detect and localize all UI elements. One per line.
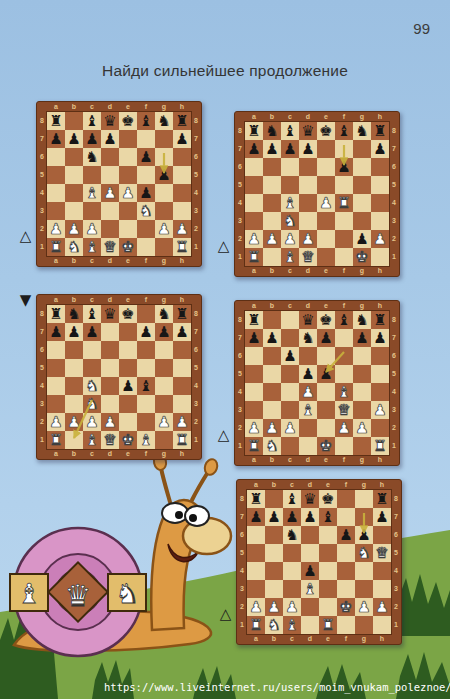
square-b8: ♞	[65, 305, 83, 323]
square-f6: ♟	[335, 158, 353, 176]
square-g5: ♟	[155, 166, 173, 184]
black-pawn: ♟	[155, 166, 173, 184]
rank-label-2: 2	[191, 220, 201, 238]
square-h2	[371, 419, 389, 437]
rank-label-1: 1	[389, 248, 399, 266]
square-f3	[335, 212, 353, 230]
file-label-g: g	[355, 634, 373, 644]
square-b6	[65, 341, 83, 359]
rank-label-1: 1	[235, 437, 245, 455]
rank-label-2: 2	[191, 413, 201, 431]
square-g8: ♞	[155, 305, 173, 323]
square-g1	[155, 431, 173, 449]
square-f8: ♝	[335, 311, 353, 329]
square-g2: ♟	[353, 230, 371, 248]
square-b3	[65, 202, 83, 220]
white-pawn: ♟	[299, 383, 317, 401]
white-to-move-indicator: △	[215, 237, 232, 255]
square-a8: ♜	[47, 305, 65, 323]
rank-label-5: 5	[235, 365, 245, 383]
square-e3	[317, 401, 335, 419]
square-d1: ♛	[299, 248, 317, 266]
white-bishop: ♝	[301, 580, 319, 598]
board-frame: abcdefgh87654321♜♝♛♚♜♟♟♟♟♝♟♞♟♟♞♛♟♝♟♟♟♚♟♟…	[236, 479, 402, 645]
square-b1	[65, 431, 83, 449]
square-e7	[317, 140, 335, 158]
white-bishop: ♝	[283, 616, 301, 634]
square-c5	[281, 176, 299, 194]
file-label-g: g	[353, 112, 371, 122]
file-label-c: c	[281, 266, 299, 276]
square-d7: ♞	[299, 329, 317, 347]
square-a5	[47, 166, 65, 184]
white-knight: ♞	[83, 395, 101, 413]
square-b6	[263, 347, 281, 365]
rank-label-3: 3	[235, 212, 245, 230]
black-pawn: ♟	[155, 323, 173, 341]
file-label-e: e	[319, 634, 337, 644]
square-c7: ♟	[83, 323, 101, 341]
white-pawn: ♟	[47, 413, 65, 431]
board-grid: ♜♞♝♛♚♝♞♜♟♟♟♟♟♟♝♟♜♞♟♟♟♟♟♟♜♝♛♚	[245, 122, 389, 266]
black-pawn: ♟	[83, 130, 101, 148]
rank-label-8: 8	[235, 311, 245, 329]
square-c8: ♝	[283, 490, 301, 508]
file-label-a: a	[247, 480, 265, 490]
square-b7: ♟	[65, 323, 83, 341]
white-knight: ♞	[83, 377, 101, 395]
rank-label-6: 6	[37, 341, 47, 359]
file-label-g: g	[155, 256, 173, 266]
square-e4: ♟	[317, 194, 335, 212]
square-d5: ♟	[299, 365, 317, 383]
white-to-move-indicator: △	[215, 426, 232, 444]
black-pawn: ♟	[247, 508, 265, 526]
square-h8: ♜	[371, 311, 389, 329]
white-pawn: ♟	[65, 413, 83, 431]
square-b2: ♟	[65, 220, 83, 238]
square-f8: ♝	[137, 112, 155, 130]
black-king: ♚	[317, 122, 335, 140]
square-d8: ♛	[301, 490, 319, 508]
white-queen: ♛	[335, 401, 353, 419]
square-e6	[317, 347, 335, 365]
square-a4	[47, 184, 65, 202]
rank-label-8: 8	[391, 490, 401, 508]
square-h5	[173, 166, 191, 184]
file-label-h: h	[373, 480, 391, 490]
page-number: 99	[413, 20, 430, 37]
file-label-e: e	[119, 102, 137, 112]
square-c4	[281, 383, 299, 401]
square-c8	[281, 311, 299, 329]
white-pawn: ♟	[173, 220, 191, 238]
black-pawn: ♟	[335, 158, 353, 176]
square-c6: ♟	[281, 347, 299, 365]
square-b3	[263, 212, 281, 230]
square-g6	[155, 341, 173, 359]
square-a7: ♟	[47, 130, 65, 148]
white-bishop: ♝	[299, 401, 317, 419]
square-f2	[137, 413, 155, 431]
square-d4: ♟	[299, 383, 317, 401]
file-label-d: d	[299, 112, 317, 122]
file-label-f: f	[137, 295, 155, 305]
square-f1	[337, 616, 355, 634]
rank-label-6: 6	[191, 148, 201, 166]
black-pawn: ♟	[263, 140, 281, 158]
white-pawn: ♟	[263, 419, 281, 437]
square-c5	[281, 365, 299, 383]
watermark-url: https://www.liveinternet.ru/users/moim_v…	[104, 681, 450, 693]
square-f4: ♟	[137, 184, 155, 202]
square-h1: ♜	[371, 437, 389, 455]
file-label-h: h	[373, 634, 391, 644]
black-pawn: ♟	[173, 323, 191, 341]
square-f1	[335, 248, 353, 266]
square-g1	[353, 437, 371, 455]
square-d1	[301, 616, 319, 634]
black-pawn: ♟	[119, 377, 137, 395]
white-queen: ♛	[101, 431, 119, 449]
square-e8: ♚	[119, 112, 137, 130]
file-label-g: g	[155, 102, 173, 112]
square-d7: ♟	[101, 130, 119, 148]
square-h4	[173, 184, 191, 202]
file-label-h: h	[371, 455, 389, 465]
square-e8: ♚	[119, 305, 137, 323]
white-pawn: ♟	[83, 413, 101, 431]
white-king: ♚	[119, 431, 137, 449]
square-h2: ♟	[371, 230, 389, 248]
square-h6	[371, 158, 389, 176]
square-c1: ♝	[283, 616, 301, 634]
rank-label-2: 2	[391, 598, 401, 616]
rank-label-4: 4	[37, 184, 47, 202]
square-c3	[283, 580, 301, 598]
square-e3	[317, 212, 335, 230]
file-label-e: e	[319, 480, 337, 490]
board-frame: abcdefgh87654321♜♛♚♝♞♜♟♟♞♟♟♟♟♟♟♟♝♝♛♟♟♟♟♟…	[234, 300, 400, 466]
rank-label-3: 3	[389, 212, 399, 230]
file-label-c: c	[283, 480, 301, 490]
file-label-e: e	[119, 295, 137, 305]
black-pawn: ♟	[245, 140, 263, 158]
square-h6	[371, 347, 389, 365]
square-e1: ♚	[317, 437, 335, 455]
square-g4	[353, 383, 371, 401]
black-rook: ♜	[173, 305, 191, 323]
square-a4	[247, 562, 265, 580]
black-rook: ♜	[47, 112, 65, 130]
square-g4	[353, 194, 371, 212]
rank-label-8: 8	[37, 112, 47, 130]
white-pawn: ♟	[371, 230, 389, 248]
white-pawn: ♟	[247, 598, 265, 616]
square-e1: ♚	[119, 238, 137, 256]
rank-label-6: 6	[237, 526, 247, 544]
file-label-a: a	[245, 112, 263, 122]
square-d6	[101, 148, 119, 166]
rank-label-8: 8	[37, 305, 47, 323]
rank-label-7: 7	[391, 508, 401, 526]
white-pawn: ♟	[283, 598, 301, 616]
square-b1: ♞	[263, 437, 281, 455]
rank-label-4: 4	[235, 383, 245, 401]
file-label-d: d	[301, 634, 319, 644]
square-f1	[137, 238, 155, 256]
square-a2: ♟	[47, 413, 65, 431]
square-a6	[245, 158, 263, 176]
square-g6	[155, 148, 173, 166]
square-c8: ♝	[281, 122, 299, 140]
black-knight: ♞	[353, 311, 371, 329]
square-a8: ♜	[245, 122, 263, 140]
black-to-move-indicator: ▼	[17, 291, 34, 309]
square-f1: ♝	[137, 431, 155, 449]
black-bishop: ♝	[283, 490, 301, 508]
file-label-e: e	[317, 112, 335, 122]
square-f6	[335, 347, 353, 365]
file-label-a: a	[247, 634, 265, 644]
file-label-c: c	[83, 449, 101, 459]
rank-label-6: 6	[235, 158, 245, 176]
square-f7	[335, 140, 353, 158]
square-b5	[265, 544, 283, 562]
square-b5	[263, 365, 281, 383]
black-rook: ♜	[371, 122, 389, 140]
white-knight: ♞	[281, 212, 299, 230]
square-b2: ♟	[263, 230, 281, 248]
rank-label-1: 1	[37, 238, 47, 256]
square-f2	[137, 220, 155, 238]
file-label-e: e	[119, 256, 137, 266]
square-g4	[355, 562, 373, 580]
black-pawn: ♟	[355, 526, 373, 544]
square-g8	[355, 490, 373, 508]
square-a5	[247, 544, 265, 562]
square-b1: ♞	[65, 238, 83, 256]
square-c2: ♟	[83, 413, 101, 431]
square-e4: ♟	[119, 184, 137, 202]
file-label-b: b	[263, 301, 281, 311]
file-label-f: f	[137, 449, 155, 459]
square-e1: ♜	[319, 616, 337, 634]
square-f4: ♜	[335, 194, 353, 212]
black-rook: ♜	[373, 490, 391, 508]
square-d8: ♛	[101, 305, 119, 323]
file-label-c: c	[83, 295, 101, 305]
rank-label-1: 1	[191, 431, 201, 449]
file-label-g: g	[353, 266, 371, 276]
black-king: ♚	[319, 490, 337, 508]
square-h7: ♟	[173, 323, 191, 341]
square-h1	[373, 616, 391, 634]
square-f5	[335, 176, 353, 194]
square-f8	[337, 490, 355, 508]
rank-label-5: 5	[237, 544, 247, 562]
square-b2: ♟	[265, 598, 283, 616]
black-pawn: ♟	[299, 365, 317, 383]
file-label-f: f	[335, 112, 353, 122]
white-king: ♚	[353, 248, 371, 266]
white-queen: ♛	[373, 544, 391, 562]
white-pawn: ♟	[119, 184, 137, 202]
square-d2	[299, 419, 317, 437]
rank-label-8: 8	[389, 122, 399, 140]
rank-label-5: 5	[389, 365, 399, 383]
square-d5	[101, 359, 119, 377]
square-d5	[301, 544, 319, 562]
black-pawn: ♟	[83, 323, 101, 341]
square-a2: ♟	[245, 230, 263, 248]
file-label-c: c	[281, 301, 299, 311]
black-bishop: ♝	[335, 122, 353, 140]
board-grid: ♜♞♝♛♚♞♜♟♟♟♟♟♟♞♟♝♞♟♟♟♟♟♟♜♝♛♚♝♜	[47, 305, 191, 449]
white-knight: ♞	[137, 202, 155, 220]
white-pawn: ♟	[299, 230, 317, 248]
square-d7	[101, 323, 119, 341]
square-c4: ♝	[83, 184, 101, 202]
square-f7	[337, 508, 355, 526]
file-label-h: h	[371, 112, 389, 122]
square-b4	[263, 194, 281, 212]
black-pawn: ♟	[299, 140, 317, 158]
square-e7	[119, 130, 137, 148]
black-knight: ♞	[65, 305, 83, 323]
square-e3	[319, 580, 337, 598]
white-pawn: ♟	[317, 194, 335, 212]
square-e4	[317, 383, 335, 401]
square-e1	[317, 248, 335, 266]
rank-label-5: 5	[389, 176, 399, 194]
black-rook: ♜	[245, 311, 263, 329]
square-g5: ♞	[355, 544, 373, 562]
white-to-move-indicator: △	[17, 227, 34, 245]
black-pawn: ♟	[47, 323, 65, 341]
square-d3	[101, 202, 119, 220]
square-a7: ♟	[245, 329, 263, 347]
board-grid: ♜♛♚♝♞♜♟♟♞♟♟♟♟♟♟♟♝♝♛♟♟♟♟♟♟♜♞♚♜	[245, 311, 389, 455]
square-h4	[173, 377, 191, 395]
rank-label-1: 1	[37, 431, 47, 449]
square-h6	[173, 148, 191, 166]
square-h8: ♜	[371, 122, 389, 140]
black-pawn: ♟	[245, 329, 263, 347]
square-a5	[245, 365, 263, 383]
rank-label-6: 6	[389, 158, 399, 176]
white-pawn: ♟	[47, 220, 65, 238]
file-label-e: e	[119, 449, 137, 459]
square-g2: ♟	[355, 598, 373, 616]
white-pawn: ♟	[281, 230, 299, 248]
square-e5	[319, 544, 337, 562]
black-pawn: ♟	[137, 323, 155, 341]
file-label-g: g	[155, 449, 173, 459]
file-label-f: f	[137, 102, 155, 112]
rank-label-2: 2	[389, 419, 399, 437]
square-c6: ♞	[83, 148, 101, 166]
square-d1: ♛	[101, 431, 119, 449]
square-g3	[155, 202, 173, 220]
black-pawn: ♟	[137, 148, 155, 166]
square-b7: ♟	[263, 140, 281, 158]
black-rook: ♜	[247, 490, 265, 508]
white-pawn: ♟	[155, 220, 173, 238]
square-f3	[137, 395, 155, 413]
rank-label-2: 2	[237, 598, 247, 616]
square-c1: ♝	[83, 431, 101, 449]
file-label-d: d	[299, 266, 317, 276]
square-f5	[137, 359, 155, 377]
white-bishop: ♝	[335, 383, 353, 401]
rank-label-5: 5	[37, 359, 47, 377]
square-e5: ♟	[317, 365, 335, 383]
square-c4	[283, 562, 301, 580]
file-label-c: c	[83, 256, 101, 266]
file-label-d: d	[299, 301, 317, 311]
square-f5	[337, 544, 355, 562]
square-h2: ♟	[173, 220, 191, 238]
black-pawn: ♟	[173, 130, 191, 148]
square-g2: ♟	[155, 413, 173, 431]
black-pawn: ♟	[371, 140, 389, 158]
file-label-h: h	[371, 266, 389, 276]
board-frame: abcdefgh87654321♜♝♛♚♝♞♜♟♟♟♟♟♞♟♟♝♟♟♟♞♟♟♟♟…	[36, 101, 202, 267]
square-e5	[317, 176, 335, 194]
rank-label-5: 5	[191, 359, 201, 377]
square-c5	[83, 166, 101, 184]
square-c5	[83, 359, 101, 377]
rank-label-8: 8	[237, 490, 247, 508]
black-knight: ♞	[299, 329, 317, 347]
file-label-d: d	[101, 256, 119, 266]
rank-label-3: 3	[37, 395, 47, 413]
square-f5	[137, 166, 155, 184]
square-h5: ♛	[373, 544, 391, 562]
square-g1: ♚	[353, 248, 371, 266]
square-e3	[119, 395, 137, 413]
square-g2: ♟	[353, 419, 371, 437]
square-g7: ♟	[155, 323, 173, 341]
rank-label-7: 7	[37, 323, 47, 341]
square-b6	[265, 526, 283, 544]
square-g3	[155, 395, 173, 413]
white-rook: ♜	[245, 248, 263, 266]
square-h3	[371, 212, 389, 230]
black-rook: ♜	[245, 122, 263, 140]
square-d6	[301, 526, 319, 544]
board-frame: abcdefgh87654321♜♞♝♛♚♝♞♜♟♟♟♟♟♟♝♟♜♞♟♟♟♟♟♟…	[234, 111, 400, 277]
square-a1: ♜	[247, 616, 265, 634]
square-h3	[173, 202, 191, 220]
rank-label-4: 4	[389, 194, 399, 212]
white-bishop: ♝	[83, 238, 101, 256]
rank-label-7: 7	[389, 329, 399, 347]
square-f4: ♝	[335, 383, 353, 401]
file-label-f: f	[337, 634, 355, 644]
square-a1: ♜	[245, 437, 263, 455]
square-a3	[245, 401, 263, 419]
white-knight-tile: ♞	[115, 578, 139, 609]
square-a3	[47, 202, 65, 220]
square-h5	[371, 365, 389, 383]
file-label-b: b	[65, 295, 83, 305]
file-label-a: a	[47, 295, 65, 305]
rank-label-4: 4	[237, 562, 247, 580]
square-d8: ♛	[299, 311, 317, 329]
square-h2: ♟	[173, 413, 191, 431]
